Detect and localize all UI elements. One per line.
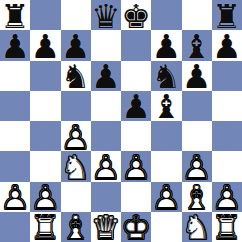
- square-c2[interactable]: [61, 182, 91, 212]
- square-f6[interactable]: ♞: [151, 61, 181, 91]
- piece-outline-glyph: ♗: [61, 213, 91, 242]
- square-h1[interactable]: ♜♖: [212, 212, 242, 242]
- piece-black-pawn[interactable]: ♟: [0, 30, 30, 60]
- square-g7[interactable]: ♝: [182, 30, 212, 60]
- piece-black-king[interactable]: ♚: [121, 0, 151, 30]
- piece-white-pawn[interactable]: ♟♙: [212, 182, 242, 212]
- square-b8[interactable]: [30, 0, 60, 30]
- piece-white-pawn[interactable]: ♟♙: [61, 121, 91, 151]
- square-f7[interactable]: ♟: [151, 30, 181, 60]
- chess-board: ♜♛♚♜♟♟♟♟♝♟♞♟♞♟♟♝♟♙♞♘♟♙♟♙♟♙♟♙♟♙♟♙♝♗♟♙♜♖♝♗…: [0, 0, 242, 242]
- square-d1[interactable]: ♛♕: [91, 212, 121, 242]
- square-a1[interactable]: [0, 212, 30, 242]
- piece-black-knight[interactable]: ♞: [151, 61, 181, 91]
- piece-outline-glyph: ♙: [121, 152, 151, 182]
- square-b6[interactable]: [30, 61, 60, 91]
- square-f4[interactable]: [151, 121, 181, 151]
- piece-black-rook[interactable]: ♜: [212, 0, 242, 30]
- piece-black-pawn[interactable]: ♟: [151, 30, 181, 60]
- square-b5[interactable]: [30, 91, 60, 121]
- piece-outline-glyph: ♙: [0, 183, 30, 213]
- square-a3[interactable]: [0, 151, 30, 181]
- piece-white-pawn[interactable]: ♟♙: [182, 151, 212, 181]
- square-h3[interactable]: [212, 151, 242, 181]
- piece-outline-glyph: ♙: [151, 183, 181, 213]
- piece-black-pawn[interactable]: ♟: [121, 91, 151, 121]
- piece-glyph: ♟: [182, 62, 212, 92]
- piece-white-knight[interactable]: ♞♘: [182, 212, 212, 242]
- square-f2[interactable]: ♟♙: [151, 182, 181, 212]
- piece-outline-glyph: ♘: [182, 213, 212, 242]
- piece-white-pawn[interactable]: ♟♙: [151, 182, 181, 212]
- square-e4[interactable]: [121, 121, 151, 151]
- piece-outline-glyph: ♙: [91, 152, 121, 182]
- square-g1[interactable]: ♞♘: [182, 212, 212, 242]
- square-d4[interactable]: [91, 121, 121, 151]
- piece-white-rook[interactable]: ♜♖: [30, 212, 60, 242]
- square-f1[interactable]: [151, 212, 181, 242]
- piece-black-pawn[interactable]: ♟: [30, 30, 60, 60]
- square-c5[interactable]: [61, 91, 91, 121]
- piece-glyph: ♝: [151, 92, 181, 122]
- square-d3[interactable]: ♟♙: [91, 151, 121, 181]
- square-h2[interactable]: ♟♙: [212, 182, 242, 212]
- square-a2[interactable]: ♟♙: [0, 182, 30, 212]
- piece-white-bishop[interactable]: ♝♗: [61, 212, 91, 242]
- piece-glyph: ♟: [121, 92, 151, 122]
- piece-black-pawn[interactable]: ♟: [212, 30, 242, 60]
- piece-white-pawn[interactable]: ♟♙: [0, 182, 30, 212]
- square-d6[interactable]: ♟: [91, 61, 121, 91]
- square-g2[interactable]: ♝♗: [182, 182, 212, 212]
- piece-glyph: ♟: [30, 31, 60, 61]
- square-d7[interactable]: [91, 30, 121, 60]
- piece-white-rook[interactable]: ♜♖: [212, 212, 242, 242]
- piece-black-knight[interactable]: ♞: [61, 61, 91, 91]
- square-a8[interactable]: ♜: [0, 0, 30, 30]
- square-c8[interactable]: [61, 0, 91, 30]
- square-f5[interactable]: ♝: [151, 91, 181, 121]
- piece-white-queen[interactable]: ♛♕: [91, 212, 121, 242]
- square-c3[interactable]: ♞♘: [61, 151, 91, 181]
- square-c4[interactable]: ♟♙: [61, 121, 91, 151]
- square-a6[interactable]: [0, 61, 30, 91]
- piece-white-pawn[interactable]: ♟♙: [91, 151, 121, 181]
- piece-white-bishop[interactable]: ♝♗: [182, 182, 212, 212]
- square-b4[interactable]: [30, 121, 60, 151]
- square-d5[interactable]: [91, 91, 121, 121]
- piece-glyph: ♚: [121, 1, 151, 31]
- square-a5[interactable]: [0, 91, 30, 121]
- piece-outline-glyph: ♔: [121, 213, 151, 242]
- piece-glyph: ♟: [212, 31, 242, 61]
- square-g6[interactable]: ♟: [182, 61, 212, 91]
- square-h6[interactable]: [212, 61, 242, 91]
- piece-black-pawn[interactable]: ♟: [91, 61, 121, 91]
- square-b3[interactable]: [30, 151, 60, 181]
- piece-black-rook[interactable]: ♜: [0, 0, 30, 30]
- square-h8[interactable]: ♜: [212, 0, 242, 30]
- square-e3[interactable]: ♟♙: [121, 151, 151, 181]
- square-b1[interactable]: ♜♖: [30, 212, 60, 242]
- square-e6[interactable]: [121, 61, 151, 91]
- square-a4[interactable]: [0, 121, 30, 151]
- piece-white-knight[interactable]: ♞♘: [61, 151, 91, 181]
- piece-black-pawn[interactable]: ♟: [182, 61, 212, 91]
- piece-white-pawn[interactable]: ♟♙: [30, 182, 60, 212]
- square-e2[interactable]: [121, 182, 151, 212]
- square-e8[interactable]: ♚: [121, 0, 151, 30]
- square-g8[interactable]: [182, 0, 212, 30]
- piece-outline-glyph: ♕: [91, 213, 121, 242]
- square-f3[interactable]: [151, 151, 181, 181]
- square-h5[interactable]: [212, 91, 242, 121]
- piece-glyph: ♞: [61, 62, 91, 92]
- piece-white-king[interactable]: ♚♔: [121, 212, 151, 242]
- square-g5[interactable]: [182, 91, 212, 121]
- square-g3[interactable]: ♟♙: [182, 151, 212, 181]
- piece-outline-glyph: ♘: [61, 152, 91, 182]
- square-h4[interactable]: [212, 121, 242, 151]
- piece-black-queen[interactable]: ♛: [91, 0, 121, 30]
- piece-glyph: ♛: [91, 1, 121, 31]
- piece-white-pawn[interactable]: ♟♙: [121, 151, 151, 181]
- piece-outline-glyph: ♖: [212, 213, 242, 242]
- square-d8[interactable]: ♛: [91, 0, 121, 30]
- piece-black-pawn[interactable]: ♟: [61, 30, 91, 60]
- square-e1[interactable]: ♚♔: [121, 212, 151, 242]
- square-h7[interactable]: ♟: [212, 30, 242, 60]
- square-a7[interactable]: ♟: [0, 30, 30, 60]
- square-c7[interactable]: ♟: [61, 30, 91, 60]
- square-b2[interactable]: ♟♙: [30, 182, 60, 212]
- piece-outline-glyph: ♖: [30, 213, 60, 242]
- piece-black-bishop[interactable]: ♝: [151, 91, 181, 121]
- piece-glyph: ♟: [91, 62, 121, 92]
- piece-glyph: ♟: [0, 31, 30, 61]
- piece-black-bishop[interactable]: ♝: [182, 30, 212, 60]
- square-g4[interactable]: [182, 121, 212, 151]
- square-e5[interactable]: ♟: [121, 91, 151, 121]
- square-d2[interactable]: [91, 182, 121, 212]
- square-f8[interactable]: [151, 0, 181, 30]
- square-c1[interactable]: ♝♗: [61, 212, 91, 242]
- square-e7[interactable]: [121, 30, 151, 60]
- square-c6[interactable]: ♞: [61, 61, 91, 91]
- square-b7[interactable]: ♟: [30, 30, 60, 60]
